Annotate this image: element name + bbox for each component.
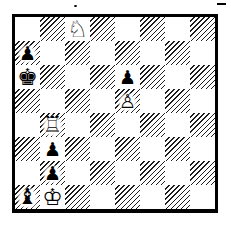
square-c2[interactable] <box>65 161 90 185</box>
square-e4[interactable] <box>115 113 140 137</box>
square-g8[interactable] <box>165 17 190 41</box>
square-h1[interactable] <box>190 185 215 209</box>
square-c5[interactable] <box>65 89 90 113</box>
square-g1[interactable] <box>165 185 190 209</box>
square-b1[interactable]: ♔ <box>40 185 65 209</box>
square-d4[interactable] <box>90 113 115 137</box>
square-a2[interactable] <box>15 161 40 185</box>
square-g4[interactable] <box>165 113 190 137</box>
square-a6[interactable]: ♚ <box>15 65 40 89</box>
square-a5[interactable] <box>15 89 40 113</box>
square-c4[interactable] <box>65 113 90 137</box>
square-d6[interactable] <box>90 65 115 89</box>
square-e2[interactable] <box>115 161 140 185</box>
scan-artifact-dot <box>74 5 77 7</box>
square-b8[interactable] <box>40 17 65 41</box>
square-h3[interactable] <box>190 137 215 161</box>
square-a7[interactable]: ♟ <box>15 41 40 65</box>
square-h5[interactable] <box>190 89 215 113</box>
square-g6[interactable] <box>165 65 190 89</box>
square-d5[interactable] <box>90 89 115 113</box>
square-e3[interactable] <box>115 137 140 161</box>
white-rook-glyph: ♖ <box>41 114 65 136</box>
square-f4[interactable] <box>140 113 165 137</box>
square-c8[interactable]: ♘ <box>65 17 90 41</box>
square-b3[interactable]: ♟ <box>40 137 65 161</box>
square-g7[interactable] <box>165 41 190 65</box>
chess-board: ♘♟♚♟♙♖♟♟♝♔ <box>12 14 218 213</box>
square-d3[interactable] <box>90 137 115 161</box>
white-pawn-glyph: ♙ <box>117 92 138 111</box>
square-f5[interactable] <box>140 89 165 113</box>
square-h7[interactable] <box>190 41 215 65</box>
square-h2[interactable] <box>190 161 215 185</box>
white-knight-glyph: ♘ <box>65 18 90 41</box>
square-g5[interactable] <box>165 89 190 113</box>
square-b4[interactable]: ♖ <box>40 113 65 137</box>
square-c7[interactable] <box>65 41 90 65</box>
square-h4[interactable] <box>190 113 215 137</box>
square-f1[interactable] <box>140 185 165 209</box>
black-pawn-glyph: ♟ <box>17 44 38 63</box>
square-a1[interactable]: ♝ <box>15 185 40 209</box>
square-f8[interactable] <box>140 17 165 41</box>
square-g3[interactable] <box>165 137 190 161</box>
square-f3[interactable] <box>140 137 165 161</box>
square-d1[interactable] <box>90 185 115 209</box>
black-king-glyph: ♚ <box>15 66 40 89</box>
square-a4[interactable] <box>15 113 40 137</box>
square-e7[interactable] <box>115 41 140 65</box>
square-c1[interactable] <box>65 185 90 209</box>
square-c6[interactable] <box>65 65 90 89</box>
white-king-glyph: ♔ <box>40 186 65 209</box>
square-d8[interactable] <box>90 17 115 41</box>
black-pawn-glyph: ♟ <box>42 164 63 183</box>
square-f7[interactable] <box>140 41 165 65</box>
square-e1[interactable] <box>115 185 140 209</box>
square-d2[interactable] <box>90 161 115 185</box>
black-pawn-glyph: ♟ <box>42 140 63 159</box>
black-pawn-glyph: ♟ <box>117 68 138 87</box>
square-e5[interactable]: ♙ <box>115 89 140 113</box>
square-h8[interactable] <box>190 17 215 41</box>
square-d7[interactable] <box>90 41 115 65</box>
square-b7[interactable] <box>40 41 65 65</box>
square-c3[interactable] <box>65 137 90 161</box>
square-f6[interactable] <box>140 65 165 89</box>
square-g2[interactable] <box>165 161 190 185</box>
square-e8[interactable] <box>115 17 140 41</box>
square-a3[interactable] <box>15 137 40 161</box>
square-b6[interactable] <box>40 65 65 89</box>
square-h6[interactable] <box>190 65 215 89</box>
square-b5[interactable] <box>40 89 65 113</box>
square-e6[interactable]: ♟ <box>115 65 140 89</box>
square-f2[interactable] <box>140 161 165 185</box>
square-b2[interactable]: ♟ <box>40 161 65 185</box>
black-bishop-glyph: ♝ <box>16 186 40 208</box>
square-a8[interactable] <box>15 17 40 41</box>
scan-artifact-dash <box>217 3 226 5</box>
